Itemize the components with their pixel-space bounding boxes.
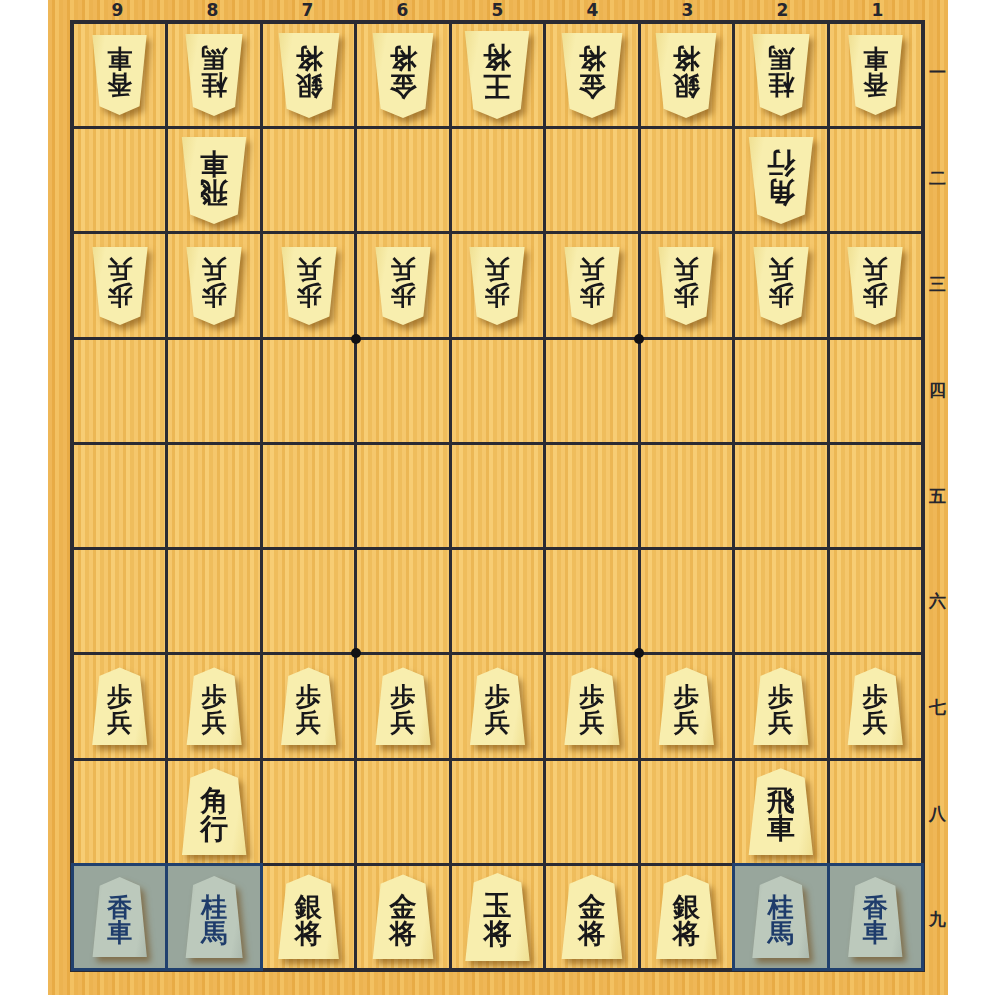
piece-pawn-sente[interactable]: 歩兵 — [184, 667, 244, 745]
square-7-8[interactable] — [263, 761, 354, 863]
piece-face: 銀将 — [653, 874, 719, 959]
piece-pawn-sente[interactable]: 歩兵 — [467, 667, 527, 745]
square-8-4[interactable] — [168, 340, 259, 442]
piece-face: 飛車 — [746, 768, 816, 855]
star-point — [634, 648, 644, 658]
square-9-5[interactable] — [74, 445, 165, 547]
piece-gold-sente[interactable]: 金将 — [559, 874, 625, 959]
square-1-8[interactable] — [830, 761, 921, 863]
piece-king-gote[interactable]: 王将 — [462, 31, 532, 119]
piece-face: 歩兵 — [562, 667, 622, 745]
piece-face: 歩兵 — [467, 247, 527, 325]
piece-face: 桂馬 — [183, 876, 245, 958]
piece-face: 歩兵 — [656, 667, 716, 745]
piece-lance-sente[interactable]: 香車 — [90, 877, 149, 957]
file-label-8: 8 — [165, 0, 260, 20]
square-8-5[interactable] — [168, 445, 259, 547]
piece-silver-gote[interactable]: 銀将 — [653, 33, 719, 118]
rank-label-1: 一 — [927, 20, 948, 126]
square-5-5[interactable] — [452, 445, 543, 547]
square-2-4[interactable] — [735, 340, 826, 442]
piece-face: 金将 — [370, 33, 436, 118]
square-9-3[interactable]: 歩兵 — [74, 234, 165, 336]
piece-gold-gote[interactable]: 金将 — [370, 33, 436, 118]
square-6-4[interactable] — [357, 340, 448, 442]
piece-silver-sente[interactable]: 銀将 — [276, 874, 342, 959]
piece-face: 桂馬 — [750, 876, 812, 958]
square-5-6[interactable] — [452, 550, 543, 652]
square-8-6[interactable] — [168, 550, 259, 652]
square-9-4[interactable] — [74, 340, 165, 442]
square-6-8[interactable] — [357, 761, 448, 863]
square-2-8[interactable]: 飛車 — [735, 761, 826, 863]
piece-face: 銀将 — [276, 33, 342, 118]
rank-label-4: 四 — [927, 337, 948, 443]
square-3-4[interactable] — [641, 340, 732, 442]
piece-face: 金将 — [559, 33, 625, 118]
rank-label-6: 六 — [927, 549, 948, 655]
square-9-1[interactable]: 香車 — [74, 24, 165, 126]
square-6-9[interactable]: 金将 — [357, 866, 448, 968]
square-4-3[interactable]: 歩兵 — [546, 234, 637, 336]
square-4-5[interactable] — [546, 445, 637, 547]
rank-label-3: 三 — [927, 232, 948, 338]
piece-face: 歩兵 — [562, 247, 622, 325]
square-3-1[interactable]: 銀将 — [641, 24, 732, 126]
file-label-5: 5 — [450, 0, 545, 20]
square-4-2[interactable] — [546, 129, 637, 231]
square-1-2[interactable] — [830, 129, 921, 231]
piece-lance-gote[interactable]: 香車 — [90, 35, 149, 115]
square-4-9[interactable]: 金将 — [546, 866, 637, 968]
square-1-7[interactable]: 歩兵 — [830, 655, 921, 757]
square-3-8[interactable] — [641, 761, 732, 863]
piece-face: 歩兵 — [279, 247, 339, 325]
square-2-5[interactable] — [735, 445, 826, 547]
square-8-2[interactable]: 飛車 — [168, 129, 259, 231]
square-6-7[interactable]: 歩兵 — [357, 655, 448, 757]
star-point — [351, 334, 361, 344]
square-2-1[interactable]: 桂馬 — [735, 24, 826, 126]
square-4-6[interactable] — [546, 550, 637, 652]
file-label-9: 9 — [70, 0, 165, 20]
piece-pawn-gote[interactable]: 歩兵 — [90, 247, 150, 325]
star-point — [634, 334, 644, 344]
piece-pawn-sente[interactable]: 歩兵 — [373, 667, 433, 745]
piece-face: 桂馬 — [750, 34, 812, 116]
piece-pawn-sente[interactable]: 歩兵 — [562, 667, 622, 745]
piece-pawn-gote[interactable]: 歩兵 — [467, 247, 527, 325]
square-8-1[interactable]: 桂馬 — [168, 24, 259, 126]
piece-face: 王将 — [462, 31, 532, 119]
square-5-8[interactable] — [452, 761, 543, 863]
square-3-7[interactable]: 歩兵 — [641, 655, 732, 757]
piece-silver-gote[interactable]: 銀将 — [276, 33, 342, 118]
star-point — [351, 648, 361, 658]
square-2-9[interactable]: 桂馬 — [735, 866, 826, 968]
rank-label-2: 二 — [927, 126, 948, 232]
square-6-3[interactable]: 歩兵 — [357, 234, 448, 336]
square-9-6[interactable] — [74, 550, 165, 652]
piece-pawn-sente[interactable]: 歩兵 — [279, 667, 339, 745]
piece-pawn-gote[interactable]: 歩兵 — [562, 247, 622, 325]
square-4-7[interactable]: 歩兵 — [546, 655, 637, 757]
piece-rook-sente[interactable]: 飛車 — [746, 768, 816, 855]
piece-face: 歩兵 — [279, 667, 339, 745]
square-1-6[interactable] — [830, 550, 921, 652]
piece-face: 角行 — [746, 137, 816, 224]
square-8-8[interactable]: 角行 — [168, 761, 259, 863]
piece-pawn-gote[interactable]: 歩兵 — [845, 247, 905, 325]
piece-pawn-sente[interactable]: 歩兵 — [90, 667, 150, 745]
piece-knight-sente[interactable]: 桂馬 — [750, 876, 812, 958]
square-4-8[interactable] — [546, 761, 637, 863]
piece-face: 香車 — [90, 877, 149, 957]
file-label-7: 7 — [260, 0, 355, 20]
piece-face: 金将 — [370, 874, 436, 959]
square-2-2[interactable]: 角行 — [735, 129, 826, 231]
piece-lance-gote[interactable]: 香車 — [846, 35, 905, 115]
piece-silver-sente[interactable]: 銀将 — [653, 874, 719, 959]
piece-face: 飛車 — [179, 137, 249, 224]
piece-pawn-gote[interactable]: 歩兵 — [751, 247, 811, 325]
piece-face: 玉将 — [462, 873, 532, 961]
square-3-2[interactable] — [641, 129, 732, 231]
square-6-1[interactable]: 金将 — [357, 24, 448, 126]
piece-face: 歩兵 — [845, 247, 905, 325]
piece-face: 歩兵 — [90, 247, 150, 325]
piece-pawn-gote[interactable]: 歩兵 — [279, 247, 339, 325]
square-8-7[interactable]: 歩兵 — [168, 655, 259, 757]
piece-face: 歩兵 — [184, 247, 244, 325]
square-6-6[interactable] — [357, 550, 448, 652]
square-8-3[interactable]: 歩兵 — [168, 234, 259, 336]
square-1-3[interactable]: 歩兵 — [830, 234, 921, 336]
piece-face: 香車 — [90, 35, 149, 115]
piece-face: 歩兵 — [751, 667, 811, 745]
square-9-9[interactable]: 香車 — [74, 866, 165, 968]
shogi-board: 香車桂馬銀将金将王将金将銀将桂馬香車飛車角行歩兵歩兵歩兵歩兵歩兵歩兵歩兵歩兵歩兵… — [70, 20, 925, 972]
square-5-7[interactable]: 歩兵 — [452, 655, 543, 757]
piece-face: 歩兵 — [184, 667, 244, 745]
square-5-4[interactable] — [452, 340, 543, 442]
square-1-4[interactable] — [830, 340, 921, 442]
square-5-2[interactable] — [452, 129, 543, 231]
square-7-2[interactable] — [263, 129, 354, 231]
square-4-1[interactable]: 金将 — [546, 24, 637, 126]
rank-label-8: 八 — [927, 760, 948, 866]
piece-face: 桂馬 — [183, 34, 245, 116]
piece-face: 歩兵 — [845, 667, 905, 745]
piece-pawn-gote[interactable]: 歩兵 — [656, 247, 716, 325]
piece-pawn-gote[interactable]: 歩兵 — [373, 247, 433, 325]
square-3-6[interactable] — [641, 550, 732, 652]
piece-bishop-sente[interactable]: 角行 — [179, 768, 249, 855]
piece-face: 銀将 — [276, 874, 342, 959]
piece-rook-gote[interactable]: 飛車 — [179, 137, 249, 224]
piece-face: 金将 — [559, 874, 625, 959]
square-3-9[interactable]: 銀将 — [641, 866, 732, 968]
file-labels: 987654321 — [70, 0, 925, 20]
file-label-3: 3 — [640, 0, 735, 20]
piece-pawn-sente[interactable]: 歩兵 — [751, 667, 811, 745]
piece-bishop-gote[interactable]: 角行 — [746, 137, 816, 224]
square-6-5[interactable] — [357, 445, 448, 547]
piece-gold-sente[interactable]: 金将 — [370, 874, 436, 959]
square-7-7[interactable]: 歩兵 — [263, 655, 354, 757]
square-5-9[interactable]: 玉将 — [452, 866, 543, 968]
piece-face: 銀将 — [653, 33, 719, 118]
square-2-6[interactable] — [735, 550, 826, 652]
rank-label-7: 七 — [927, 655, 948, 761]
piece-lance-sente[interactable]: 香車 — [846, 877, 905, 957]
piece-gold-gote[interactable]: 金将 — [559, 33, 625, 118]
square-4-4[interactable] — [546, 340, 637, 442]
square-9-7[interactable]: 歩兵 — [74, 655, 165, 757]
square-7-9[interactable]: 銀将 — [263, 866, 354, 968]
piece-face: 歩兵 — [751, 247, 811, 325]
square-5-3[interactable]: 歩兵 — [452, 234, 543, 336]
piece-face: 歩兵 — [467, 667, 527, 745]
piece-pawn-sente[interactable]: 歩兵 — [656, 667, 716, 745]
square-7-3[interactable]: 歩兵 — [263, 234, 354, 336]
square-7-5[interactable] — [263, 445, 354, 547]
shogi-app: 987654321 香車桂馬銀将金将王将金将銀将桂馬香車飛車角行歩兵歩兵歩兵歩兵… — [0, 0, 1000, 1000]
square-3-3[interactable]: 歩兵 — [641, 234, 732, 336]
piece-face: 角行 — [179, 768, 249, 855]
file-label-1: 1 — [830, 0, 925, 20]
piece-pawn-sente[interactable]: 歩兵 — [845, 667, 905, 745]
square-7-1[interactable]: 銀将 — [263, 24, 354, 126]
square-2-7[interactable]: 歩兵 — [735, 655, 826, 757]
square-7-4[interactable] — [263, 340, 354, 442]
square-3-5[interactable] — [641, 445, 732, 547]
piece-king-sente[interactable]: 玉将 — [462, 873, 532, 961]
rank-labels: 一二三四五六七八九 — [927, 20, 948, 972]
rank-label-9: 九 — [927, 866, 948, 972]
square-7-6[interactable] — [263, 550, 354, 652]
piece-face: 歩兵 — [373, 247, 433, 325]
piece-face: 香車 — [846, 35, 905, 115]
square-2-3[interactable]: 歩兵 — [735, 234, 826, 336]
rank-label-5: 五 — [927, 443, 948, 549]
file-label-6: 6 — [355, 0, 450, 20]
square-1-9[interactable]: 香車 — [830, 866, 921, 968]
piece-knight-gote[interactable]: 桂馬 — [183, 34, 245, 116]
piece-face: 歩兵 — [90, 667, 150, 745]
piece-face: 香車 — [846, 877, 905, 957]
file-label-4: 4 — [545, 0, 640, 20]
square-8-9[interactable]: 桂馬 — [168, 866, 259, 968]
piece-face: 歩兵 — [656, 247, 716, 325]
square-9-2[interactable] — [74, 129, 165, 231]
file-label-2: 2 — [735, 0, 830, 20]
piece-pawn-gote[interactable]: 歩兵 — [184, 247, 244, 325]
square-1-5[interactable] — [830, 445, 921, 547]
square-5-1[interactable]: 王将 — [452, 24, 543, 126]
piece-face: 歩兵 — [373, 667, 433, 745]
square-9-8[interactable] — [74, 761, 165, 863]
square-6-2[interactable] — [357, 129, 448, 231]
square-1-1[interactable]: 香車 — [830, 24, 921, 126]
piece-knight-gote[interactable]: 桂馬 — [750, 34, 812, 116]
piece-knight-sente[interactable]: 桂馬 — [183, 876, 245, 958]
